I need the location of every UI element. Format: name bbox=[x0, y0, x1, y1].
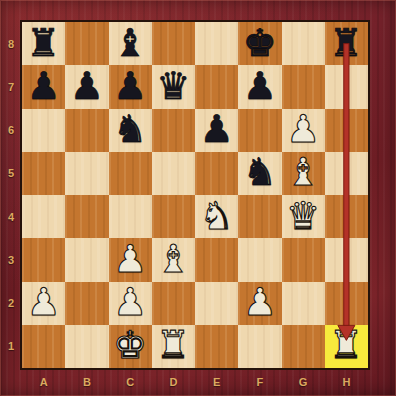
square-e3[interactable] bbox=[195, 238, 238, 281]
piece-black-rook-h8[interactable]: ♜ bbox=[329, 24, 363, 62]
rank-labels: 87654321 bbox=[0, 22, 22, 368]
square-f2[interactable]: ♟ bbox=[238, 282, 281, 325]
piece-black-pawn-e6[interactable]: ♟ bbox=[200, 110, 234, 148]
square-b7[interactable]: ♟ bbox=[65, 65, 108, 108]
square-f7[interactable]: ♟ bbox=[238, 65, 281, 108]
rank-label-6: 6 bbox=[0, 109, 22, 152]
square-c5[interactable] bbox=[109, 152, 152, 195]
file-label-b: B bbox=[65, 368, 108, 396]
rank-label-3: 3 bbox=[0, 238, 22, 281]
square-g1[interactable] bbox=[282, 325, 325, 368]
square-b3[interactable] bbox=[65, 238, 108, 281]
square-g8[interactable] bbox=[282, 22, 325, 65]
file-label-e: E bbox=[195, 368, 238, 396]
board: ♜♝♚♜♟♟♟♛♟♞♟♟♞♝♞♛♟♝♟♟♟♚♜♜ bbox=[22, 22, 368, 368]
piece-black-pawn-b7[interactable]: ♟ bbox=[70, 67, 104, 105]
square-f3[interactable] bbox=[238, 238, 281, 281]
square-f1[interactable] bbox=[238, 325, 281, 368]
square-h4[interactable] bbox=[325, 195, 368, 238]
square-f6[interactable] bbox=[238, 109, 281, 152]
square-g4[interactable]: ♛ bbox=[282, 195, 325, 238]
piece-black-rook-a8[interactable]: ♜ bbox=[27, 24, 61, 62]
piece-white-rook-h1[interactable]: ♜ bbox=[329, 326, 363, 364]
piece-black-bishop-c8[interactable]: ♝ bbox=[113, 24, 147, 62]
rank-label-8: 8 bbox=[0, 22, 22, 65]
piece-white-pawn-c2[interactable]: ♟ bbox=[113, 283, 147, 321]
square-h5[interactable] bbox=[325, 152, 368, 195]
piece-black-pawn-f7[interactable]: ♟ bbox=[243, 67, 277, 105]
square-h6[interactable] bbox=[325, 109, 368, 152]
square-c8[interactable]: ♝ bbox=[109, 22, 152, 65]
square-f4[interactable] bbox=[238, 195, 281, 238]
square-g7[interactable] bbox=[282, 65, 325, 108]
square-d5[interactable] bbox=[152, 152, 195, 195]
square-d3[interactable]: ♝ bbox=[152, 238, 195, 281]
square-a3[interactable] bbox=[22, 238, 65, 281]
square-e7[interactable] bbox=[195, 65, 238, 108]
square-c4[interactable] bbox=[109, 195, 152, 238]
piece-white-pawn-g6[interactable]: ♟ bbox=[286, 110, 320, 148]
square-b6[interactable] bbox=[65, 109, 108, 152]
piece-white-bishop-g5[interactable]: ♝ bbox=[286, 153, 320, 191]
piece-black-pawn-c7[interactable]: ♟ bbox=[113, 67, 147, 105]
file-label-c: C bbox=[109, 368, 152, 396]
square-a7[interactable]: ♟ bbox=[22, 65, 65, 108]
square-a6[interactable] bbox=[22, 109, 65, 152]
square-a1[interactable] bbox=[22, 325, 65, 368]
file-label-g: G bbox=[282, 368, 325, 396]
square-a2[interactable]: ♟ bbox=[22, 282, 65, 325]
rank-label-2: 2 bbox=[0, 282, 22, 325]
piece-white-pawn-a2[interactable]: ♟ bbox=[27, 283, 61, 321]
square-g3[interactable] bbox=[282, 238, 325, 281]
square-c3[interactable]: ♟ bbox=[109, 238, 152, 281]
file-labels: ABCDEFGH bbox=[22, 368, 368, 396]
square-h7[interactable] bbox=[325, 65, 368, 108]
piece-white-bishop-d3[interactable]: ♝ bbox=[156, 240, 190, 278]
piece-white-king-c1[interactable]: ♚ bbox=[113, 326, 147, 364]
square-d6[interactable] bbox=[152, 109, 195, 152]
square-f8[interactable]: ♚ bbox=[238, 22, 281, 65]
square-e2[interactable] bbox=[195, 282, 238, 325]
square-d4[interactable] bbox=[152, 195, 195, 238]
square-e8[interactable] bbox=[195, 22, 238, 65]
square-h8[interactable]: ♜ bbox=[325, 22, 368, 65]
square-g6[interactable]: ♟ bbox=[282, 109, 325, 152]
file-label-f: F bbox=[238, 368, 281, 396]
square-g2[interactable] bbox=[282, 282, 325, 325]
rank-label-4: 4 bbox=[0, 195, 22, 238]
square-h3[interactable] bbox=[325, 238, 368, 281]
square-e5[interactable] bbox=[195, 152, 238, 195]
rank-label-5: 5 bbox=[0, 152, 22, 195]
rank-label-1: 1 bbox=[0, 325, 22, 368]
square-c6[interactable]: ♞ bbox=[109, 109, 152, 152]
rank-label-7: 7 bbox=[0, 65, 22, 108]
square-h1[interactable]: ♜ bbox=[325, 325, 368, 368]
square-d1[interactable]: ♜ bbox=[152, 325, 195, 368]
square-c7[interactable]: ♟ bbox=[109, 65, 152, 108]
square-b4[interactable] bbox=[65, 195, 108, 238]
piece-white-queen-g4[interactable]: ♛ bbox=[286, 197, 320, 235]
piece-white-pawn-f2[interactable]: ♟ bbox=[243, 283, 277, 321]
square-a4[interactable] bbox=[22, 195, 65, 238]
chess-app-window: 87654321 ABCDEFGH ♜♝♚♜♟♟♟♛♟♞♟♟♞♝♞♛♟♝♟♟♟♚… bbox=[0, 0, 396, 396]
square-a5[interactable] bbox=[22, 152, 65, 195]
square-h2[interactable] bbox=[325, 282, 368, 325]
square-d7[interactable]: ♛ bbox=[152, 65, 195, 108]
piece-white-pawn-c3[interactable]: ♟ bbox=[113, 240, 147, 278]
piece-black-queen-d7[interactable]: ♛ bbox=[156, 67, 190, 105]
square-c1[interactable]: ♚ bbox=[109, 325, 152, 368]
square-d8[interactable] bbox=[152, 22, 195, 65]
square-c2[interactable]: ♟ bbox=[109, 282, 152, 325]
piece-black-king-f8[interactable]: ♚ bbox=[243, 24, 277, 62]
square-d2[interactable] bbox=[152, 282, 195, 325]
piece-white-rook-d1[interactable]: ♜ bbox=[156, 326, 190, 364]
square-b5[interactable] bbox=[65, 152, 108, 195]
square-b1[interactable] bbox=[65, 325, 108, 368]
square-f5[interactable]: ♞ bbox=[238, 152, 281, 195]
square-e6[interactable]: ♟ bbox=[195, 109, 238, 152]
square-b2[interactable] bbox=[65, 282, 108, 325]
square-g5[interactable]: ♝ bbox=[282, 152, 325, 195]
file-label-d: D bbox=[152, 368, 195, 396]
piece-white-knight-e4[interactable]: ♞ bbox=[200, 197, 234, 235]
square-a8[interactable]: ♜ bbox=[22, 22, 65, 65]
square-e1[interactable] bbox=[195, 325, 238, 368]
piece-black-knight-f5[interactable]: ♞ bbox=[243, 153, 277, 191]
piece-black-knight-c6[interactable]: ♞ bbox=[113, 110, 147, 148]
file-label-a: A bbox=[22, 368, 65, 396]
square-b8[interactable] bbox=[65, 22, 108, 65]
square-e4[interactable]: ♞ bbox=[195, 195, 238, 238]
file-label-h: H bbox=[325, 368, 368, 396]
piece-black-pawn-a7[interactable]: ♟ bbox=[27, 67, 61, 105]
